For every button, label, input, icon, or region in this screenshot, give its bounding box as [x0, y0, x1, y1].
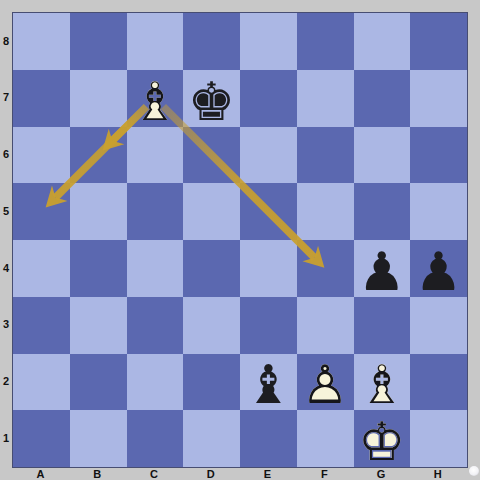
piece-bP-h4[interactable]: ♟ [410, 240, 467, 297]
file-label-C: C [126, 467, 183, 480]
black-piece-glyph: ♝ [240, 357, 297, 414]
file-label-A: A [12, 467, 69, 480]
piece-bP-g4[interactable]: ♟ [354, 240, 411, 297]
rank-coordinates: 87654321 [0, 12, 12, 468]
rank-label-3: 3 [0, 296, 12, 353]
file-label-F: F [296, 467, 353, 480]
black-piece-glyph: ♚ [183, 73, 240, 130]
piece-bK-d7[interactable]: ♚ [183, 70, 240, 127]
piece-wB-g2[interactable]: ♝♗ [354, 354, 411, 411]
chess-app: ♝♗♚♟♟♝♟♙♝♗♚♔ 87654321 ABCDEFGH [0, 0, 480, 480]
file-label-B: B [69, 467, 126, 480]
white-piece-outline-glyph: ♙ [297, 357, 354, 414]
file-label-E: E [239, 467, 296, 480]
white-piece-outline-glyph: ♔ [354, 413, 411, 470]
file-label-D: D [182, 467, 239, 480]
black-piece-glyph: ♟ [354, 243, 411, 300]
file-label-H: H [409, 467, 466, 480]
rank-label-7: 7 [0, 69, 12, 126]
rank-label-4: 4 [0, 239, 12, 296]
rank-label-6: 6 [0, 126, 12, 183]
black-piece-glyph: ♟ [410, 243, 467, 300]
chess-board: ♝♗♚♟♟♝♟♙♝♗♚♔ [12, 12, 468, 468]
piece-wK-g1[interactable]: ♚♔ [354, 410, 411, 467]
pieces-layer: ♝♗♚♟♟♝♟♙♝♗♚♔ [13, 13, 467, 467]
piece-bB-e2[interactable]: ♝ [240, 354, 297, 411]
white-piece-outline-glyph: ♗ [354, 357, 411, 414]
rank-label-5: 5 [0, 182, 12, 239]
piece-wP-f2[interactable]: ♟♙ [297, 354, 354, 411]
piece-wB-c7[interactable]: ♝♗ [127, 70, 184, 127]
rank-label-2: 2 [0, 353, 12, 410]
rank-label-1: 1 [0, 409, 12, 466]
white-piece-outline-glyph: ♗ [127, 73, 184, 130]
rank-label-8: 8 [0, 12, 12, 69]
resize-handle-dot [469, 466, 479, 476]
